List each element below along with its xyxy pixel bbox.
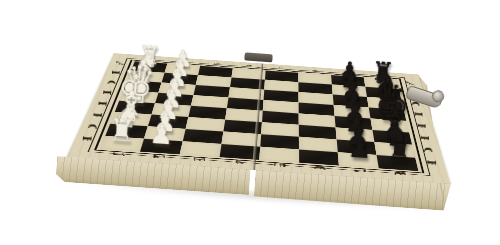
white-pawn: ♟ xyxy=(141,118,183,152)
black-rook: ♜ xyxy=(379,131,421,168)
near-edge-label-5: 5 xyxy=(270,162,287,171)
photo-tilt-wrapper: ♜♟♟♜♞♟♟♞♝♟♟♝♛♟♟♛♚♟♟♚♝♟♟♝♞♟♟♞♜♟♟♜11AA22BB… xyxy=(0,0,500,245)
near-edge-label-4: 4 xyxy=(230,159,247,168)
near-edge-label-3: 3 xyxy=(190,156,207,165)
chess-board: ♜♟♟♜♞♟♟♞♝♟♟♝♛♟♟♛♚♟♟♚♝♟♟♝♞♟♟♞♜♟♟♜11AA22BB… xyxy=(67,53,450,183)
scene: ♜♟♟♜♞♟♟♞♝♟♟♝♛♟♟♛♚♟♟♚♝♟♟♝♞♟♟♞♜♟♟♜11AA22BB… xyxy=(0,0,500,245)
near-edge-label-2: 2 xyxy=(150,153,167,162)
near-edge-label-8: 8 xyxy=(391,170,408,179)
near-edge-label-6: 6 xyxy=(311,165,328,174)
product-photo: ♜♟♟♜♞♟♟♞♝♟♟♝♛♟♟♛♚♟♟♚♝♟♟♝♞♟♟♞♜♟♟♜11AA22BB… xyxy=(0,0,500,245)
near-edge-label-7: 7 xyxy=(351,167,368,176)
black-pawn: ♟ xyxy=(339,132,381,166)
white-rook: ♜ xyxy=(101,112,143,149)
near-edge-label-1: 1 xyxy=(110,151,128,160)
